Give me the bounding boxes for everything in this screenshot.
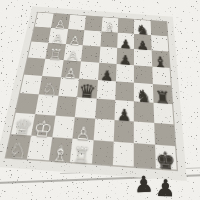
white-rook: ♖ <box>71 145 90 168</box>
white-pawn: ♙ <box>75 125 91 143</box>
white-queen: ♕ <box>11 116 34 139</box>
white-pawn: ♙ <box>68 35 82 48</box>
white-king: ♔ <box>32 118 54 141</box>
square-r7c8 <box>154 123 175 146</box>
square-r8c5 <box>91 140 113 165</box>
photo-content: ♙♗♞♙♙♟♟♖♙♟♝♙♟♘♛♞♜♟♕♔♙♘♗♖♚ ♟ ♟ <box>0 0 200 200</box>
white-pawn: ♙ <box>53 19 67 31</box>
square-r2c6: ♟ <box>117 33 134 49</box>
square-r3c5 <box>99 47 117 64</box>
square-r1c8 <box>150 21 167 37</box>
black-queen: ♛ <box>77 82 96 102</box>
square-r5c7: ♞ <box>134 83 153 103</box>
square-r5c8: ♜ <box>152 84 172 104</box>
white-bishop: ♗ <box>102 21 116 35</box>
square-r4c5: ♟ <box>98 63 117 82</box>
square-r2c4 <box>83 30 101 46</box>
chess-board-grid: ♙♗♞♙♙♟♟♖♙♟♝♙♟♘♛♞♜♟♕♔♙♘♗♖♚ <box>6 12 177 169</box>
square-r6c3 <box>55 96 77 117</box>
black-knight: ♞ <box>136 23 150 37</box>
square-r7c4: ♙ <box>73 117 95 140</box>
black-knight: ♞ <box>136 88 152 106</box>
chess-board: ♙♗♞♙♙♟♟♖♙♟♝♙♟♘♛♞♜♟♕♔♙♘♗♖♚ <box>0 6 187 181</box>
square-r4c4 <box>79 61 99 80</box>
square-r5c6 <box>115 81 134 101</box>
square-r7c7 <box>134 121 154 144</box>
black-bishop: ♝ <box>153 55 168 71</box>
square-r2c8 <box>151 35 169 52</box>
white-pawn: ♙ <box>65 50 80 64</box>
square-r1c3 <box>68 15 86 30</box>
white-knight: ♘ <box>7 140 29 162</box>
black-rook: ♜ <box>154 89 171 107</box>
white-bishop: ♗ <box>50 143 70 165</box>
square-r1c7: ♞ <box>134 20 151 35</box>
square-r1c4 <box>85 16 103 31</box>
white-pawn: ♙ <box>63 66 78 81</box>
square-r8c3: ♗ <box>49 137 73 162</box>
white-knight: ♘ <box>40 81 58 99</box>
square-r2c3: ♙ <box>66 29 85 45</box>
white-rook: ♖ <box>47 47 64 63</box>
square-r6c5 <box>95 99 115 120</box>
black-pawn: ♟ <box>117 107 132 124</box>
chess-photo-scene: ♙♗♞♙♙♟♟♖♙♟♝♙♟♘♛♞♜♟♕♔♙♘♗♖♚ ♟ ♟ <box>0 0 200 200</box>
square-r5c4: ♛ <box>77 79 97 99</box>
black-king: ♚ <box>155 148 176 173</box>
black-pawn: ♟ <box>119 38 132 51</box>
square-r8c6 <box>113 142 134 167</box>
white-pawn: ♙ <box>50 33 64 46</box>
captured-black-pawn: ♟ <box>155 177 176 200</box>
black-pawn: ♟ <box>136 39 149 52</box>
black-pawn: ♟ <box>119 54 132 68</box>
square-r7c5 <box>93 119 114 142</box>
square-r3c8: ♝ <box>151 50 169 68</box>
square-r6c6: ♟ <box>114 100 134 121</box>
square-r7c2: ♔ <box>32 114 56 137</box>
square-r4c7 <box>134 65 152 84</box>
square-r3c4 <box>81 45 100 62</box>
square-r8c7 <box>134 143 155 168</box>
square-r1c6 <box>118 18 135 33</box>
black-pawn: ♟ <box>100 69 114 84</box>
square-r7c3 <box>52 116 75 139</box>
square-r8c8: ♚ <box>155 145 177 170</box>
square-r1c5: ♗ <box>101 17 118 32</box>
